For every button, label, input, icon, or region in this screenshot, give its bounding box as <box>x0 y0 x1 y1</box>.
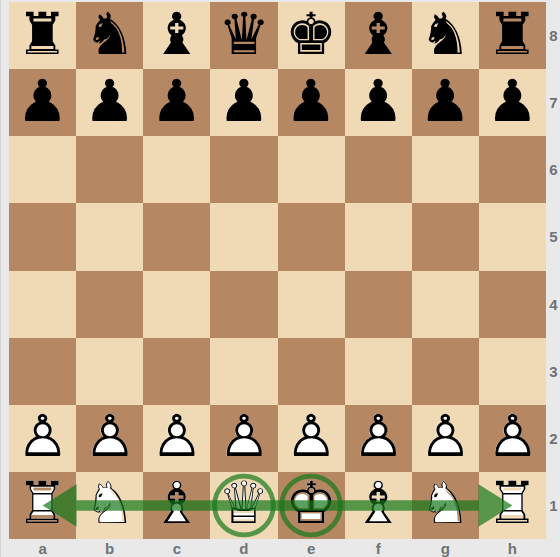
square-g2[interactable]: ♟♙ <box>412 405 479 472</box>
piece-white-pawn: ♟♙ <box>9 403 76 470</box>
square-e7[interactable]: ♟ <box>278 69 345 136</box>
piece-white-knight: ♞♘ <box>412 470 479 537</box>
file-label-h: h <box>479 539 546 557</box>
square-c8[interactable]: ♝ <box>143 2 210 69</box>
square-b4[interactable] <box>76 271 143 338</box>
piece-white-pawn: ♟♙ <box>76 403 143 470</box>
square-f6[interactable] <box>345 136 412 203</box>
square-d1[interactable]: ♛♕ <box>210 472 277 539</box>
piece-black-pawn: ♟ <box>76 67 143 134</box>
square-g8[interactable]: ♞ <box>412 2 479 69</box>
piece-white-rook: ♜♖ <box>479 470 546 537</box>
piece-black-pawn: ♟ <box>345 67 412 134</box>
square-g4[interactable] <box>412 271 479 338</box>
piece-black-king: ♚ <box>278 0 345 67</box>
square-a4[interactable] <box>9 271 76 338</box>
square-f8[interactable]: ♝ <box>345 2 412 69</box>
square-e4[interactable] <box>278 271 345 338</box>
square-b6[interactable] <box>76 136 143 203</box>
piece-black-pawn: ♟ <box>479 67 546 134</box>
rank-label-3: 3 <box>546 338 560 405</box>
square-b2[interactable]: ♟♙ <box>76 405 143 472</box>
square-c5[interactable] <box>143 203 210 270</box>
file-label-d: d <box>210 539 277 557</box>
piece-black-knight: ♞ <box>412 0 479 67</box>
square-c1[interactable]: ♝♗ <box>143 472 210 539</box>
piece-white-pawn: ♟♙ <box>210 403 277 470</box>
square-a8[interactable]: ♜ <box>9 2 76 69</box>
square-d2[interactable]: ♟♙ <box>210 405 277 472</box>
piece-white-pawn: ♟♙ <box>412 403 479 470</box>
square-a6[interactable] <box>9 136 76 203</box>
square-c7[interactable]: ♟ <box>143 69 210 136</box>
square-a1[interactable]: ♜♖ <box>9 472 76 539</box>
square-f2[interactable]: ♟♙ <box>345 405 412 472</box>
square-e2[interactable]: ♟♙ <box>278 405 345 472</box>
piece-white-pawn: ♟♙ <box>479 403 546 470</box>
file-label-b: b <box>76 539 143 557</box>
square-f3[interactable] <box>345 338 412 405</box>
square-h7[interactable]: ♟ <box>479 69 546 136</box>
chess-app-screenshot: ♜♞♝♛♚♝♞♜♟♟♟♟♟♟♟♟♟♙♟♙♟♙♟♙♟♙♟♙♟♙♟♙♜♖♞♘♝♗♛♕… <box>0 0 560 557</box>
square-f4[interactable] <box>345 271 412 338</box>
piece-black-knight: ♞ <box>76 0 143 67</box>
square-b8[interactable]: ♞ <box>76 2 143 69</box>
piece-black-rook: ♜ <box>479 0 546 67</box>
piece-black-rook: ♜ <box>9 0 76 67</box>
square-h4[interactable] <box>479 271 546 338</box>
square-f5[interactable] <box>345 203 412 270</box>
piece-white-king: ♚♔ <box>278 470 345 537</box>
square-f7[interactable]: ♟ <box>345 69 412 136</box>
square-d7[interactable]: ♟ <box>210 69 277 136</box>
square-e5[interactable] <box>278 203 345 270</box>
rank-label-4: 4 <box>546 271 560 338</box>
square-c3[interactable] <box>143 338 210 405</box>
square-g5[interactable] <box>412 203 479 270</box>
square-g1[interactable]: ♞♘ <box>412 472 479 539</box>
square-b3[interactable] <box>76 338 143 405</box>
piece-white-pawn: ♟♙ <box>278 403 345 470</box>
square-d4[interactable] <box>210 271 277 338</box>
piece-black-pawn: ♟ <box>143 67 210 134</box>
square-b7[interactable]: ♟ <box>76 69 143 136</box>
rank-coordinates: 87654321 <box>546 2 560 539</box>
piece-black-pawn: ♟ <box>412 67 479 134</box>
file-label-c: c <box>143 539 210 557</box>
square-h3[interactable] <box>479 338 546 405</box>
square-b5[interactable] <box>76 203 143 270</box>
file-label-f: f <box>345 539 412 557</box>
file-coordinates: abcdefgh <box>9 539 546 557</box>
rank-label-5: 5 <box>546 203 560 270</box>
square-e6[interactable] <box>278 136 345 203</box>
square-e8[interactable]: ♚ <box>278 2 345 69</box>
square-d6[interactable] <box>210 136 277 203</box>
square-c4[interactable] <box>143 271 210 338</box>
square-e1[interactable]: ♚♔ <box>278 472 345 539</box>
rank-label-7: 7 <box>546 69 560 136</box>
square-a5[interactable] <box>9 203 76 270</box>
square-a3[interactable] <box>9 338 76 405</box>
square-c6[interactable] <box>143 136 210 203</box>
square-d5[interactable] <box>210 203 277 270</box>
piece-black-pawn: ♟ <box>9 67 76 134</box>
piece-black-bishop: ♝ <box>143 0 210 67</box>
rank-label-6: 6 <box>546 136 560 203</box>
rank-label-2: 2 <box>546 405 560 472</box>
square-a2[interactable]: ♟♙ <box>9 405 76 472</box>
rank-label-1: 1 <box>546 472 560 539</box>
square-h2[interactable]: ♟♙ <box>479 405 546 472</box>
file-label-e: e <box>278 539 345 557</box>
piece-black-pawn: ♟ <box>210 67 277 134</box>
file-label-g: g <box>412 539 479 557</box>
file-label-a: a <box>9 539 76 557</box>
piece-white-knight: ♞♘ <box>76 470 143 537</box>
piece-white-pawn: ♟♙ <box>345 403 412 470</box>
piece-white-queen: ♛♕ <box>210 470 277 537</box>
square-h6[interactable] <box>479 136 546 203</box>
square-f1[interactable]: ♝♗ <box>345 472 412 539</box>
piece-white-pawn: ♟♙ <box>143 403 210 470</box>
piece-black-pawn: ♟ <box>278 67 345 134</box>
square-h1[interactable]: ♜♖ <box>479 472 546 539</box>
square-a7[interactable]: ♟ <box>9 69 76 136</box>
rank-label-8: 8 <box>546 2 560 69</box>
piece-white-bishop: ♝♗ <box>345 470 412 537</box>
piece-black-bishop: ♝ <box>345 0 412 67</box>
square-g7[interactable]: ♟ <box>412 69 479 136</box>
square-d8[interactable]: ♛ <box>210 2 277 69</box>
piece-black-queen: ♛ <box>210 0 277 67</box>
square-h5[interactable] <box>479 203 546 270</box>
chess-board: ♜♞♝♛♚♝♞♜♟♟♟♟♟♟♟♟♟♙♟♙♟♙♟♙♟♙♟♙♟♙♟♙♜♖♞♘♝♗♛♕… <box>9 2 546 539</box>
square-h8[interactable]: ♜ <box>479 2 546 69</box>
square-b1[interactable]: ♞♘ <box>76 472 143 539</box>
piece-white-bishop: ♝♗ <box>143 470 210 537</box>
square-d3[interactable] <box>210 338 277 405</box>
square-g3[interactable] <box>412 338 479 405</box>
square-c2[interactable]: ♟♙ <box>143 405 210 472</box>
square-g6[interactable] <box>412 136 479 203</box>
piece-white-rook: ♜♖ <box>9 470 76 537</box>
square-e3[interactable] <box>278 338 345 405</box>
